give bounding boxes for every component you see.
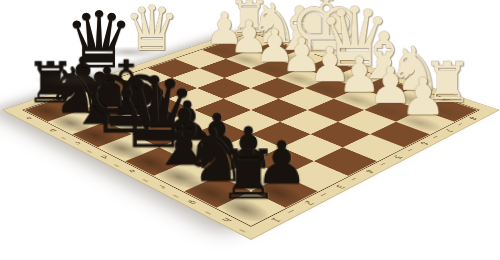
square-h7: ♟ <box>396 110 454 134</box>
piece-white-pawn: ♟ <box>400 71 446 122</box>
product-photo-stage: ♜♞♝♚♛♝♞♜♟♟♟♟♟♟♟♟♟♟♟♟♟♟♟♟♜♞♝♚♛♝♞♜ abcdefg… <box>0 0 500 260</box>
square-h5 <box>343 134 404 161</box>
piece-black-rook: ♜ <box>218 141 279 209</box>
extra-white-queen: ♛ <box>124 0 180 60</box>
